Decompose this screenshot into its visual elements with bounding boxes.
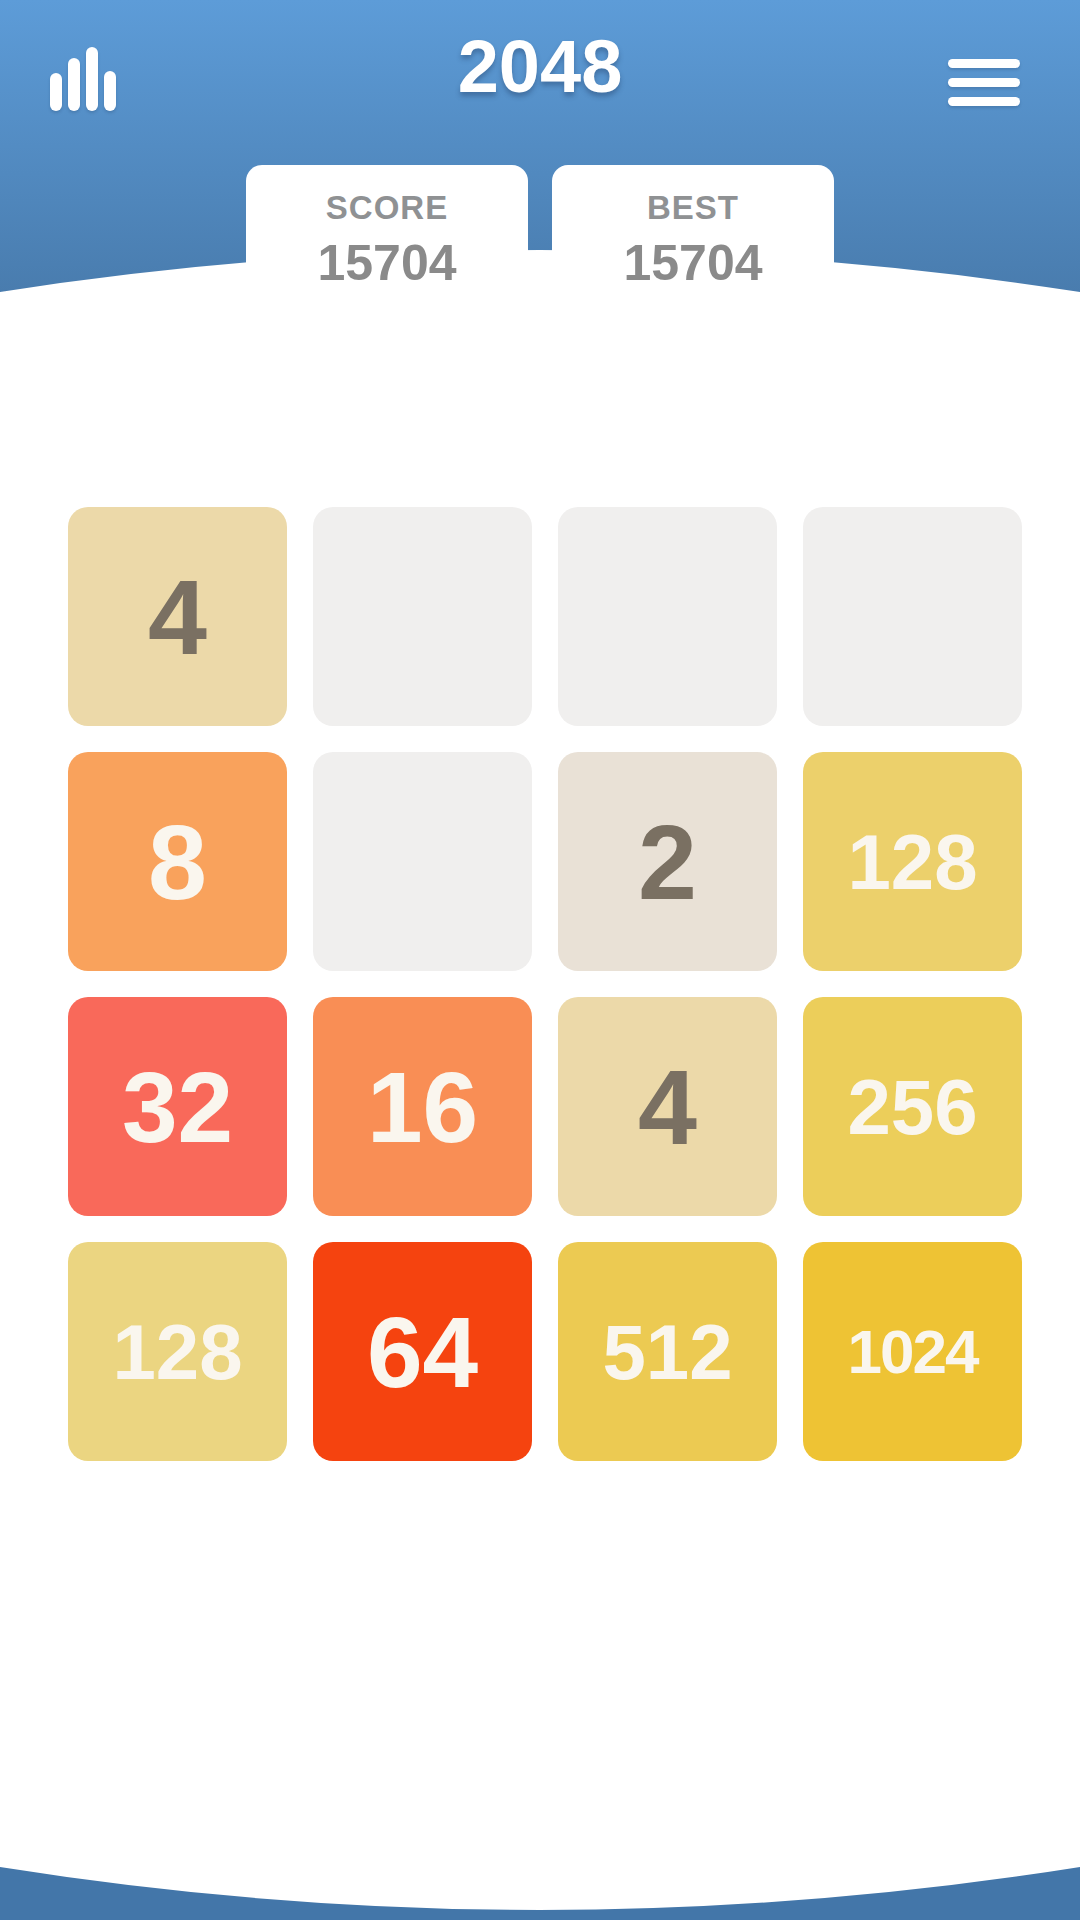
tile-64: 64: [313, 1242, 532, 1461]
score-card: SCORE 15704: [246, 165, 528, 315]
tile-128: 128: [68, 1242, 287, 1461]
tile-32: 32: [68, 997, 287, 1216]
best-label: BEST: [552, 189, 834, 227]
menu-bar-1: [948, 59, 1020, 68]
tile-2: 2: [558, 752, 777, 971]
empty-cell: [313, 507, 532, 726]
app-title: 2048: [0, 22, 1080, 112]
empty-cell: [313, 752, 532, 971]
tile-8: 8: [68, 752, 287, 971]
menu-bar-2: [948, 78, 1020, 87]
hamburger-menu-icon[interactable]: [948, 59, 1020, 106]
tile-4: 4: [68, 507, 287, 726]
tile-256: 256: [803, 997, 1022, 1216]
score-label: SCORE: [246, 189, 528, 227]
best-card: BEST 15704: [552, 165, 834, 315]
best-value: 15704: [552, 234, 834, 292]
empty-cell: [803, 507, 1022, 726]
score-value: 15704: [246, 234, 528, 292]
tile-1024: 1024: [803, 1242, 1022, 1461]
tile-16: 16: [313, 997, 532, 1216]
game-board[interactable]: 48212832164256128645121024: [68, 507, 1022, 1461]
menu-bar-3: [948, 97, 1020, 106]
empty-cell: [558, 507, 777, 726]
tile-128: 128: [803, 752, 1022, 971]
footer-background: [0, 1850, 1080, 1920]
tile-512: 512: [558, 1242, 777, 1461]
tile-4: 4: [558, 997, 777, 1216]
